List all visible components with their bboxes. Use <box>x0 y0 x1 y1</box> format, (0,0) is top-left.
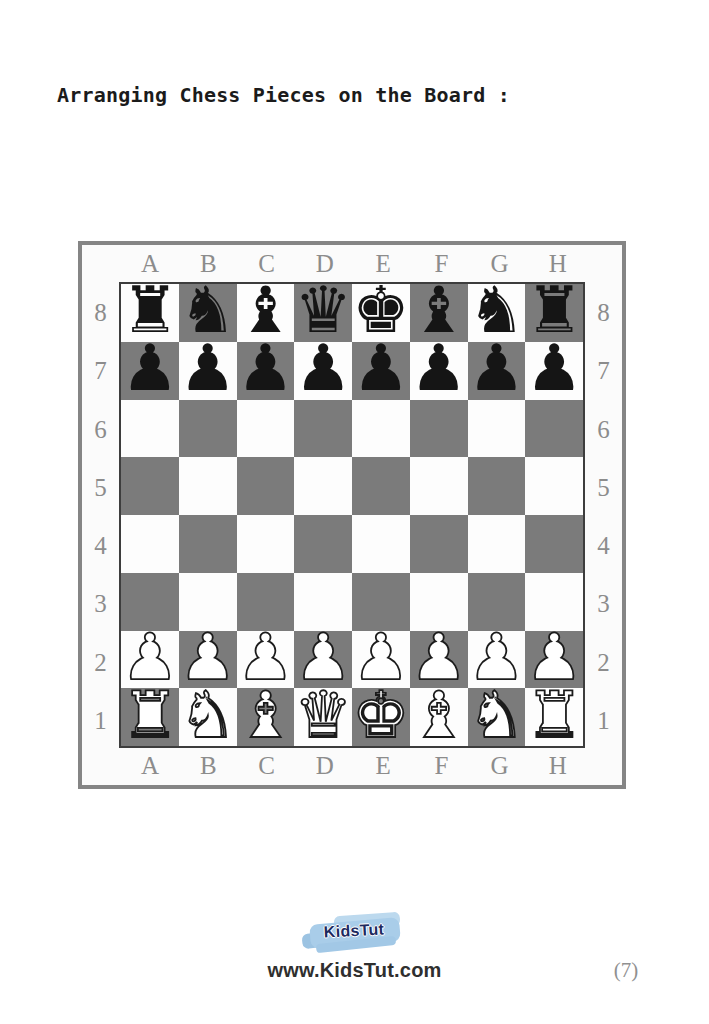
page-title: Arranging Chess Pieces on the Board : <box>57 83 510 107</box>
square-g1: ♞ <box>468 688 526 746</box>
white-rook: ♜ <box>121 687 178 744</box>
square-e1: ♚ <box>352 688 410 746</box>
white-queen: ♛ <box>294 687 351 744</box>
file-label: F <box>412 750 470 782</box>
square-c6 <box>237 400 295 458</box>
square-c5 <box>237 457 295 515</box>
white-king: ♚ <box>352 687 409 744</box>
square-b5 <box>179 457 237 515</box>
square-h5 <box>525 457 583 515</box>
white-bishop: ♝ <box>237 687 294 744</box>
rank-label: 3 <box>587 575 620 633</box>
square-g5 <box>468 457 526 515</box>
square-d5 <box>294 457 352 515</box>
square-a7: ♟ <box>121 342 179 400</box>
square-e5 <box>352 457 410 515</box>
rank-labels-right: 87654321 <box>587 284 620 750</box>
rank-label: 5 <box>84 459 117 517</box>
square-h7: ♟ <box>525 342 583 400</box>
rank-label: 7 <box>587 342 620 400</box>
square-c4 <box>237 515 295 573</box>
rank-label: 1 <box>587 692 620 750</box>
square-d4 <box>294 515 352 573</box>
square-g4 <box>468 515 526 573</box>
rank-label: 6 <box>587 401 620 459</box>
rank-label: 7 <box>84 342 117 400</box>
page-number: (7) <box>596 958 656 983</box>
black-pawn: ♟ <box>525 340 582 397</box>
worksheet-page: Arranging Chess Pieces on the Board : AB… <box>0 0 709 1024</box>
square-b1: ♞ <box>179 688 237 746</box>
rank-label: 2 <box>84 634 117 692</box>
file-label: E <box>354 750 412 782</box>
square-h6 <box>525 400 583 458</box>
square-a5 <box>121 457 179 515</box>
square-e6 <box>352 400 410 458</box>
square-c7: ♟ <box>237 342 295 400</box>
rank-label: 8 <box>587 284 620 342</box>
square-b7: ♟ <box>179 342 237 400</box>
square-b6 <box>179 400 237 458</box>
square-d1: ♛ <box>294 688 352 746</box>
file-label: A <box>121 750 179 782</box>
white-bishop: ♝ <box>410 687 467 744</box>
rank-label: 4 <box>587 517 620 575</box>
square-h4 <box>525 515 583 573</box>
black-pawn: ♟ <box>179 340 236 397</box>
white-knight: ♞ <box>179 687 236 744</box>
black-pawn: ♟ <box>294 340 351 397</box>
square-f4 <box>410 515 468 573</box>
square-f5 <box>410 457 468 515</box>
black-pawn: ♟ <box>352 340 409 397</box>
square-a4 <box>121 515 179 573</box>
square-f6 <box>410 400 468 458</box>
black-pawn: ♟ <box>237 340 294 397</box>
square-h1: ♜ <box>525 688 583 746</box>
chess-board: ♜♞♝♛♚♝♞♜♟♟♟♟♟♟♟♟♟♟♟♟♟♟♟♟♜♞♝♛♚♝♞♜ <box>119 282 585 748</box>
rank-label: 8 <box>84 284 117 342</box>
square-d7: ♟ <box>294 342 352 400</box>
rank-label: 1 <box>84 692 117 750</box>
rank-label: 5 <box>587 459 620 517</box>
rank-label: 2 <box>587 634 620 692</box>
square-d6 <box>294 400 352 458</box>
rank-label: 6 <box>84 401 117 459</box>
rank-labels-left: 87654321 <box>84 284 117 750</box>
file-label: D <box>296 750 354 782</box>
black-pawn: ♟ <box>468 340 525 397</box>
file-label: G <box>471 750 529 782</box>
file-label: B <box>179 750 237 782</box>
square-e7: ♟ <box>352 342 410 400</box>
square-b4 <box>179 515 237 573</box>
square-e4 <box>352 515 410 573</box>
white-knight: ♞ <box>468 687 525 744</box>
file-label: H <box>529 750 587 782</box>
square-c1: ♝ <box>237 688 295 746</box>
square-a1: ♜ <box>121 688 179 746</box>
file-label: C <box>238 750 296 782</box>
square-g7: ♟ <box>468 342 526 400</box>
file-labels-bottom: ABCDEFGH <box>121 750 587 782</box>
square-g6 <box>468 400 526 458</box>
black-pawn: ♟ <box>121 340 178 397</box>
white-rook: ♜ <box>525 687 582 744</box>
chess-board-frame: ABCDEFGH ABCDEFGH 87654321 87654321 ♜♞♝♛… <box>78 241 626 789</box>
square-f1: ♝ <box>410 688 468 746</box>
rank-label: 3 <box>84 575 117 633</box>
square-f7: ♟ <box>410 342 468 400</box>
rank-label: 4 <box>84 517 117 575</box>
square-a6 <box>121 400 179 458</box>
kidstut-logo: KidsTut <box>302 910 406 958</box>
black-pawn: ♟ <box>410 340 467 397</box>
